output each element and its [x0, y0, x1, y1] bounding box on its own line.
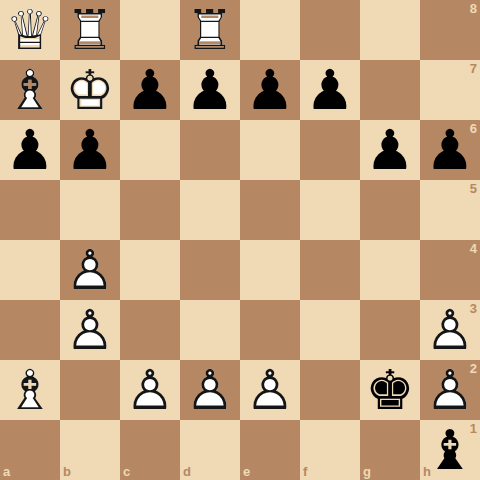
black-pawn-piece[interactable]: ♟: [0, 120, 60, 180]
square-b1[interactable]: b: [60, 420, 120, 480]
square-c1[interactable]: c: [120, 420, 180, 480]
square-e2[interactable]: ♟♙: [240, 360, 300, 420]
coord-rank-8: 8: [470, 2, 477, 15]
black-king-glyph: ♚: [360, 360, 420, 420]
square-e6[interactable]: [240, 120, 300, 180]
square-g5[interactable]: [360, 180, 420, 240]
square-f4[interactable]: [300, 240, 360, 300]
square-g8[interactable]: [360, 0, 420, 60]
square-a5[interactable]: [0, 180, 60, 240]
black-pawn-glyph: ♟: [420, 120, 480, 180]
square-h1[interactable]: 1h♝: [420, 420, 480, 480]
square-g6[interactable]: ♟: [360, 120, 420, 180]
black-bishop-glyph: ♝: [420, 420, 480, 480]
white-bishop-glyph-fill: ♝: [0, 60, 60, 120]
white-pawn-piece[interactable]: ♟♙: [60, 300, 120, 360]
black-pawn-piece[interactable]: ♟: [420, 120, 480, 180]
white-queen-glyph-outline: ♕: [0, 0, 60, 60]
square-b4[interactable]: ♟♙: [60, 240, 120, 300]
white-pawn-glyph-fill: ♟: [60, 300, 120, 360]
square-c7[interactable]: ♟: [120, 60, 180, 120]
white-pawn-piece[interactable]: ♟♙: [420, 300, 480, 360]
black-pawn-piece[interactable]: ♟: [60, 120, 120, 180]
black-pawn-piece[interactable]: ♟: [240, 60, 300, 120]
square-a6[interactable]: ♟: [0, 120, 60, 180]
white-queen-glyph-fill: ♛: [0, 0, 60, 60]
square-h2[interactable]: 2♟♙: [420, 360, 480, 420]
square-d8[interactable]: ♜♖: [180, 0, 240, 60]
coord-file-g: g: [363, 465, 371, 478]
black-king-piece[interactable]: ♚: [360, 360, 420, 420]
square-g4[interactable]: [360, 240, 420, 300]
white-rook-glyph-fill: ♜: [60, 0, 120, 60]
black-pawn-piece[interactable]: ♟: [180, 60, 240, 120]
black-pawn-piece[interactable]: ♟: [300, 60, 360, 120]
white-pawn-glyph-outline: ♙: [60, 240, 120, 300]
square-g2[interactable]: ♚: [360, 360, 420, 420]
chess-board: ♛♕♜♖♜♖8♝♗♚♔♟♟♟♟7♟♟♟6♟5♟♙4♟♙3♟♙♝♗♟♙♟♙♟♙♚2…: [0, 0, 480, 480]
square-a8[interactable]: ♛♕: [0, 0, 60, 60]
square-f6[interactable]: [300, 120, 360, 180]
square-e5[interactable]: [240, 180, 300, 240]
white-bishop-glyph-outline: ♗: [0, 360, 60, 420]
white-rook-glyph-fill: ♜: [180, 0, 240, 60]
square-c6[interactable]: [120, 120, 180, 180]
white-pawn-glyph-fill: ♟: [60, 240, 120, 300]
white-pawn-glyph-outline: ♙: [240, 360, 300, 420]
square-e1[interactable]: e: [240, 420, 300, 480]
black-pawn-glyph: ♟: [360, 120, 420, 180]
white-rook-glyph-outline: ♖: [60, 0, 120, 60]
white-pawn-piece[interactable]: ♟♙: [180, 360, 240, 420]
square-a2[interactable]: ♝♗: [0, 360, 60, 420]
coord-file-d: d: [183, 465, 191, 478]
square-h6[interactable]: 6♟: [420, 120, 480, 180]
square-a3[interactable]: [0, 300, 60, 360]
square-f7[interactable]: ♟: [300, 60, 360, 120]
white-king-glyph-outline: ♔: [60, 60, 120, 120]
white-bishop-piece[interactable]: ♝♗: [0, 60, 60, 120]
white-pawn-piece[interactable]: ♟♙: [240, 360, 300, 420]
square-d7[interactable]: ♟: [180, 60, 240, 120]
square-c5[interactable]: [120, 180, 180, 240]
black-bishop-piece[interactable]: ♝: [420, 420, 480, 480]
coord-file-e: e: [243, 465, 250, 478]
white-rook-piece[interactable]: ♜♖: [180, 0, 240, 60]
coord-file-b: b: [63, 465, 71, 478]
white-pawn-glyph-outline: ♙: [420, 300, 480, 360]
square-h5[interactable]: 5: [420, 180, 480, 240]
white-rook-piece[interactable]: ♜♖: [60, 0, 120, 60]
square-e7[interactable]: ♟: [240, 60, 300, 120]
square-b2[interactable]: [60, 360, 120, 420]
square-d5[interactable]: [180, 180, 240, 240]
white-king-glyph-fill: ♚: [60, 60, 120, 120]
white-pawn-piece[interactable]: ♟♙: [60, 240, 120, 300]
white-pawn-piece[interactable]: ♟♙: [120, 360, 180, 420]
square-d4[interactable]: [180, 240, 240, 300]
white-pawn-glyph-fill: ♟: [420, 300, 480, 360]
white-rook-glyph-outline: ♖: [180, 0, 240, 60]
black-pawn-piece[interactable]: ♟: [360, 120, 420, 180]
square-c2[interactable]: ♟♙: [120, 360, 180, 420]
white-king-piece[interactable]: ♚♔: [60, 60, 120, 120]
square-e3[interactable]: [240, 300, 300, 360]
black-pawn-glyph: ♟: [300, 60, 360, 120]
square-c4[interactable]: [120, 240, 180, 300]
white-pawn-glyph-fill: ♟: [120, 360, 180, 420]
square-f3[interactable]: [300, 300, 360, 360]
black-pawn-piece[interactable]: ♟: [120, 60, 180, 120]
coord-rank-4: 4: [470, 242, 477, 255]
square-e8[interactable]: [240, 0, 300, 60]
white-pawn-piece[interactable]: ♟♙: [420, 360, 480, 420]
square-e4[interactable]: [240, 240, 300, 300]
square-g1[interactable]: g: [360, 420, 420, 480]
white-pawn-glyph-fill: ♟: [420, 360, 480, 420]
black-pawn-glyph: ♟: [0, 120, 60, 180]
square-h4[interactable]: 4: [420, 240, 480, 300]
square-b7[interactable]: ♚♔: [60, 60, 120, 120]
coord-rank-5: 5: [470, 182, 477, 195]
square-a4[interactable]: [0, 240, 60, 300]
square-f8[interactable]: [300, 0, 360, 60]
white-pawn-glyph-outline: ♙: [120, 360, 180, 420]
square-d3[interactable]: [180, 300, 240, 360]
square-a1[interactable]: a: [0, 420, 60, 480]
white-pawn-glyph-fill: ♟: [240, 360, 300, 420]
square-h3[interactable]: 3♟♙: [420, 300, 480, 360]
coord-file-a: a: [3, 465, 10, 478]
white-pawn-glyph-outline: ♙: [180, 360, 240, 420]
square-b5[interactable]: [60, 180, 120, 240]
coord-rank-7: 7: [470, 62, 477, 75]
square-f1[interactable]: f: [300, 420, 360, 480]
white-pawn-glyph-outline: ♙: [60, 300, 120, 360]
white-pawn-glyph-outline: ♙: [420, 360, 480, 420]
square-d2[interactable]: ♟♙: [180, 360, 240, 420]
square-b8[interactable]: ♜♖: [60, 0, 120, 60]
black-pawn-glyph: ♟: [60, 120, 120, 180]
square-g7[interactable]: [360, 60, 420, 120]
white-queen-piece[interactable]: ♛♕: [0, 0, 60, 60]
coord-file-f: f: [303, 465, 307, 478]
square-d6[interactable]: [180, 120, 240, 180]
square-a7[interactable]: ♝♗: [0, 60, 60, 120]
white-bishop-glyph-outline: ♗: [0, 60, 60, 120]
square-h7[interactable]: 7: [420, 60, 480, 120]
square-b6[interactable]: ♟: [60, 120, 120, 180]
white-bishop-piece[interactable]: ♝♗: [0, 360, 60, 420]
black-pawn-glyph: ♟: [180, 60, 240, 120]
square-d1[interactable]: d: [180, 420, 240, 480]
black-pawn-glyph: ♟: [240, 60, 300, 120]
square-f2[interactable]: [300, 360, 360, 420]
square-c8[interactable]: [120, 0, 180, 60]
square-f5[interactable]: [300, 180, 360, 240]
square-b3[interactable]: ♟♙: [60, 300, 120, 360]
coord-file-c: c: [123, 465, 130, 478]
white-bishop-glyph-fill: ♝: [0, 360, 60, 420]
square-c3[interactable]: [120, 300, 180, 360]
square-h8[interactable]: 8: [420, 0, 480, 60]
white-pawn-glyph-fill: ♟: [180, 360, 240, 420]
black-pawn-glyph: ♟: [120, 60, 180, 120]
square-g3[interactable]: [360, 300, 420, 360]
